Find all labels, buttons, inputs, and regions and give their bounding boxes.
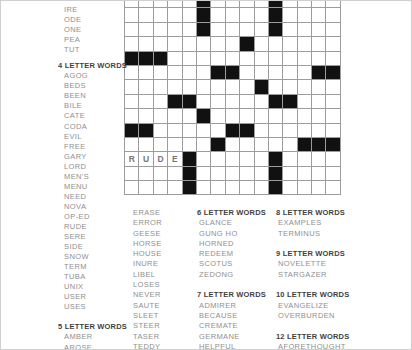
- grid-cell[interactable]: [255, 0, 268, 7]
- word-list-item: USES: [58, 302, 130, 312]
- word-list-item: TUT: [58, 45, 130, 55]
- word-list-item: STEER: [131, 321, 203, 331]
- grid-cell[interactable]: [298, 52, 311, 65]
- grid-cell[interactable]: [168, 23, 181, 36]
- grid-cell[interactable]: [154, 80, 167, 93]
- word-list-item: TERM: [58, 262, 130, 272]
- grid-cell[interactable]: [298, 8, 311, 21]
- grid-cell[interactable]: [240, 138, 253, 151]
- grid-cell[interactable]: [240, 52, 253, 65]
- word-list-item: SAUTE: [131, 301, 203, 311]
- grid-cell[interactable]: [183, 80, 196, 93]
- grid-cell[interactable]: [269, 138, 282, 151]
- grid-cell[interactable]: [168, 124, 181, 137]
- black-cell: [211, 138, 224, 151]
- grid-cell[interactable]: [197, 138, 210, 151]
- black-cell: [269, 152, 282, 165]
- black-cell: [154, 52, 167, 65]
- grid-cell[interactable]: [255, 37, 268, 50]
- grid-cell[interactable]: [298, 152, 311, 165]
- word-list-item: SCOTUS: [197, 259, 269, 269]
- black-cell: [139, 124, 152, 137]
- black-cell: [226, 124, 239, 137]
- grid-cell[interactable]: [283, 124, 296, 137]
- word-list-item: EXAMPLES: [276, 218, 348, 228]
- grid-cell[interactable]: [197, 66, 210, 79]
- black-cell: [197, 109, 210, 122]
- grid-cell[interactable]: [139, 109, 152, 122]
- word-list-item: ADMIRER: [197, 301, 269, 311]
- grid-cell[interactable]: [139, 23, 152, 36]
- black-cell: [168, 95, 181, 108]
- word-list-item: OP-ED: [58, 212, 130, 222]
- black-cell: [183, 95, 196, 108]
- black-cell: [197, 8, 210, 21]
- grid-cell[interactable]: [197, 52, 210, 65]
- word-list-item: LOSES: [131, 280, 203, 290]
- grid-cell[interactable]: [154, 167, 167, 180]
- grid-cell[interactable]: [312, 37, 325, 50]
- grid-cell[interactable]: [183, 52, 196, 65]
- word-list-item: ERASE: [131, 208, 203, 218]
- grid-cell[interactable]: [298, 109, 311, 122]
- grid-cell[interactable]: [312, 109, 325, 122]
- black-cell: [269, 0, 282, 7]
- black-cell: [269, 23, 282, 36]
- grid-cell[interactable]: [255, 95, 268, 108]
- grid-cell[interactable]: [326, 152, 339, 165]
- grid-cell[interactable]: [211, 124, 224, 137]
- grid-cell[interactable]: [154, 8, 167, 21]
- grid-cell[interactable]: [183, 23, 196, 36]
- grid-cell[interactable]: [255, 124, 268, 137]
- grid-cell[interactable]: [139, 0, 152, 7]
- word-list-column-2: ERASEERRORGEESEHORSEHOUSEINURELIBELLOSES…: [131, 208, 203, 350]
- word-list-item: GERMANE: [197, 332, 269, 342]
- grid-cell[interactable]: [226, 52, 239, 65]
- grid-cell[interactable]: [298, 66, 311, 79]
- grid-cell[interactable]: [326, 0, 339, 7]
- grid-cell[interactable]: [168, 138, 181, 151]
- grid-cell[interactable]: [197, 181, 210, 194]
- word-list-column-1: IREODEONEPEATUT4 LETTER WORDSAGOGBEDSBEE…: [58, 5, 130, 350]
- grid-cell[interactable]: [183, 124, 196, 137]
- black-cell: [312, 138, 325, 151]
- word-list-item: CREMATE: [197, 321, 269, 331]
- black-cell: [183, 167, 196, 180]
- grid-cell[interactable]: [226, 37, 239, 50]
- grid-cell[interactable]: [255, 138, 268, 151]
- grid-cell[interactable]: [269, 52, 282, 65]
- black-cell: [240, 37, 253, 50]
- grid-cell[interactable]: [326, 95, 339, 108]
- grid-cell[interactable]: [269, 37, 282, 50]
- word-list-item: BEEN: [58, 91, 130, 101]
- grid-cell[interactable]: [183, 8, 196, 21]
- word-list-header: 6 LETTER WORDS: [197, 208, 269, 218]
- black-cell: [283, 95, 296, 108]
- grid-cell[interactable]: [240, 66, 253, 79]
- word-list-header: 12 LETTER WORDS: [276, 332, 348, 342]
- word-list-item: RUDE: [58, 222, 130, 232]
- grid-cell[interactable]: [211, 167, 224, 180]
- black-cell: [183, 152, 196, 165]
- grid-cell[interactable]: [240, 95, 253, 108]
- grid-cell[interactable]: [154, 0, 167, 7]
- grid-cell[interactable]: [283, 52, 296, 65]
- grid-cell[interactable]: [226, 95, 239, 108]
- black-cell: [269, 167, 282, 180]
- black-cell: [183, 181, 196, 194]
- black-cell: [255, 80, 268, 93]
- grid-cell[interactable]: [240, 167, 253, 180]
- grid-cell[interactable]: [183, 0, 196, 7]
- grid-cell[interactable]: [154, 37, 167, 50]
- grid-cell[interactable]: [312, 152, 325, 165]
- word-list-item: GARY: [58, 152, 130, 162]
- word-list-item: AFORETHOUGHT: [276, 342, 348, 350]
- grid-cell[interactable]: [168, 66, 181, 79]
- grid-cell[interactable]: [197, 124, 210, 137]
- grid-cell[interactable]: [240, 181, 253, 194]
- grid-cell[interactable]: [154, 138, 167, 151]
- grid-cell[interactable]: [269, 80, 282, 93]
- grid-cell[interactable]: [269, 124, 282, 137]
- grid-cell[interactable]: [240, 23, 253, 36]
- grid-cell[interactable]: [197, 152, 210, 165]
- word-list-header: 5 LETTER WORDS: [58, 322, 130, 332]
- grid-cell[interactable]: [211, 152, 224, 165]
- grid-cell[interactable]: [298, 95, 311, 108]
- grid-cell[interactable]: [326, 109, 339, 122]
- word-list-item: NEED: [58, 192, 130, 202]
- word-list-item: AMBER: [58, 332, 130, 342]
- grid-cell[interactable]: [283, 37, 296, 50]
- word-list-item: HELPFUL: [197, 342, 269, 350]
- grid-cell[interactable]: [226, 0, 239, 7]
- grid-cell[interactable]: [283, 138, 296, 151]
- grid-cell[interactable]: [283, 8, 296, 21]
- word-list-header: 10 LETTER WORDS: [276, 290, 348, 300]
- word-list-item: REDEEM: [197, 249, 269, 259]
- word-list-item: AGOG: [58, 71, 130, 81]
- word-list-item: TERMINUS: [276, 229, 348, 239]
- word-list-item: MEN'S: [58, 172, 130, 182]
- grid-cell[interactable]: [226, 181, 239, 194]
- grid-cell[interactable]: [168, 80, 181, 93]
- grid-cell[interactable]: [211, 0, 224, 7]
- grid-cell[interactable]: [326, 52, 339, 65]
- grid-cell[interactable]: U: [139, 152, 152, 165]
- grid-cell[interactable]: [283, 167, 296, 180]
- black-cell: [269, 8, 282, 21]
- grid-cell[interactable]: [211, 181, 224, 194]
- grid-cell[interactable]: [312, 181, 325, 194]
- grid-cell[interactable]: [211, 8, 224, 21]
- grid-cell[interactable]: [139, 167, 152, 180]
- word-list-item: USER: [58, 292, 130, 302]
- black-cell: [326, 138, 339, 151]
- grid-cell[interactable]: [312, 80, 325, 93]
- black-cell: [298, 138, 311, 151]
- word-list-item: ZEDONG: [197, 270, 269, 280]
- grid-cell[interactable]: [154, 23, 167, 36]
- grid-cell[interactable]: [255, 181, 268, 194]
- fill-in-crossword-page: RUDE IREODEONEPEATUT4 LETTER WORDSAGOGBE…: [0, 0, 412, 350]
- grid-cell[interactable]: [154, 181, 167, 194]
- word-list-item: CODA: [58, 122, 130, 132]
- grid-cell[interactable]: [283, 23, 296, 36]
- word-list-header: 7 LETTER WORDS: [197, 290, 269, 300]
- grid-cell[interactable]: [312, 8, 325, 21]
- word-list-item: INURE: [131, 259, 203, 269]
- word-list-item: BEDS: [58, 81, 130, 91]
- black-cell: [240, 124, 253, 137]
- word-list-item: UNIX: [58, 282, 130, 292]
- grid-cell[interactable]: [312, 52, 325, 65]
- grid-cell[interactable]: [168, 181, 181, 194]
- grid-cell[interactable]: [154, 124, 167, 137]
- grid-cell[interactable]: [139, 80, 152, 93]
- black-cell: [269, 95, 282, 108]
- grid-cell[interactable]: [211, 37, 224, 50]
- grid-cell[interactable]: [226, 152, 239, 165]
- black-cell: [139, 52, 152, 65]
- word-list-item: ODE: [58, 15, 130, 25]
- grid-cell[interactable]: [255, 8, 268, 21]
- word-list-column-4: 8 LETTER WORDSEXAMPLESTERMINUS9 LETTER W…: [276, 208, 348, 350]
- grid-cell[interactable]: [183, 138, 196, 151]
- black-cell: [211, 66, 224, 79]
- grid-cell[interactable]: [226, 109, 239, 122]
- grid-cell[interactable]: [139, 138, 152, 151]
- grid-cell[interactable]: [154, 95, 167, 108]
- grid-cell[interactable]: [226, 8, 239, 21]
- grid-cell[interactable]: [255, 152, 268, 165]
- grid-cell[interactable]: [298, 37, 311, 50]
- grid-cell[interactable]: [326, 124, 339, 137]
- grid-cell[interactable]: [283, 152, 296, 165]
- black-cell: [269, 181, 282, 194]
- grid-cell[interactable]: [298, 124, 311, 137]
- grid-cell[interactable]: [139, 95, 152, 108]
- word-list-item: BILE: [58, 101, 130, 111]
- word-list-item: CATE: [58, 111, 130, 121]
- grid-cell[interactable]: [226, 167, 239, 180]
- grid-cell[interactable]: [139, 37, 152, 50]
- grid-cell[interactable]: [283, 181, 296, 194]
- grid-cell[interactable]: [211, 109, 224, 122]
- grid-cell[interactable]: [298, 181, 311, 194]
- word-list-item: PEA: [58, 35, 130, 45]
- grid-cell[interactable]: [226, 23, 239, 36]
- grid-cell[interactable]: [211, 52, 224, 65]
- grid-cell[interactable]: [211, 95, 224, 108]
- word-list-item: NOVELETTE: [276, 259, 348, 269]
- grid-cell[interactable]: [326, 8, 339, 21]
- word-list-item: FREE: [58, 142, 130, 152]
- black-cell: [197, 23, 210, 36]
- grid-cell[interactable]: [240, 0, 253, 7]
- black-cell: [312, 66, 325, 79]
- word-list-item: HORSE: [131, 239, 203, 249]
- grid-cell[interactable]: [326, 167, 339, 180]
- word-list-item: GUNG HO: [197, 229, 269, 239]
- grid-cell[interactable]: [139, 181, 152, 194]
- grid-cell[interactable]: [154, 66, 167, 79]
- word-list-item: SIDE: [58, 242, 130, 252]
- grid-cell[interactable]: [226, 138, 239, 151]
- black-cell: [197, 0, 210, 7]
- grid-cell[interactable]: [211, 23, 224, 36]
- crossword-grid: RUDE: [124, 0, 341, 195]
- grid-cell[interactable]: [326, 23, 339, 36]
- grid-cell[interactable]: [139, 8, 152, 21]
- grid-cell[interactable]: [183, 37, 196, 50]
- grid-cell[interactable]: [168, 0, 181, 7]
- black-cell: [326, 66, 339, 79]
- word-list-column-3: 6 LETTER WORDSGLANCEGUNG HOHORNEDREDEEMS…: [197, 208, 269, 350]
- grid-cell[interactable]: [255, 66, 268, 79]
- word-list-item: LORD: [58, 162, 130, 172]
- grid-cell[interactable]: [255, 23, 268, 36]
- grid-cell[interactable]: [211, 80, 224, 93]
- grid-cell[interactable]: [240, 152, 253, 165]
- word-list-item: TASER: [131, 332, 203, 342]
- word-list-item: LIBEL: [131, 270, 203, 280]
- grid-cell[interactable]: [240, 8, 253, 21]
- grid-cell[interactable]: [298, 0, 311, 7]
- grid-cell[interactable]: [139, 66, 152, 79]
- grid-cell[interactable]: [240, 80, 253, 93]
- grid-cell[interactable]: E: [168, 152, 181, 165]
- word-list-item: SNOW: [58, 252, 130, 262]
- grid-cell[interactable]: [298, 23, 311, 36]
- grid-cell[interactable]: [183, 66, 196, 79]
- word-list-item: BECAUSE: [197, 311, 269, 321]
- word-list-item: NEVER: [131, 290, 203, 300]
- word-list-header: 4 LETTER WORDS: [58, 61, 130, 71]
- grid-cell[interactable]: [197, 167, 210, 180]
- word-list-item: EVIL: [58, 132, 130, 142]
- word-list-item: GEESE: [131, 229, 203, 239]
- word-list-item: HORNED: [197, 239, 269, 249]
- word-list-item: EVANGELIZE: [276, 301, 348, 311]
- grid-cell[interactable]: [312, 0, 325, 7]
- grid-cell[interactable]: [168, 37, 181, 50]
- grid-cell[interactable]: [168, 167, 181, 180]
- word-list-item: STARGAZER: [276, 270, 348, 280]
- word-list-item: GLANCE: [197, 218, 269, 228]
- word-list-header: 9 LETTER WORDS: [276, 249, 348, 259]
- grid-cell[interactable]: [255, 109, 268, 122]
- grid-cell[interactable]: [298, 167, 311, 180]
- grid-cell[interactable]: [255, 167, 268, 180]
- grid-cell[interactable]: [326, 181, 339, 194]
- grid-cell[interactable]: [269, 66, 282, 79]
- grid-cell[interactable]: [312, 95, 325, 108]
- grid-cell[interactable]: [283, 80, 296, 93]
- grid-cell[interactable]: [197, 37, 210, 50]
- grid-cell[interactable]: [226, 80, 239, 93]
- grid-cell[interactable]: [269, 109, 282, 122]
- grid-cell[interactable]: [183, 109, 196, 122]
- word-list-item: TEDDY: [131, 342, 203, 350]
- grid-cell[interactable]: [312, 23, 325, 36]
- grid-cell[interactable]: [326, 80, 339, 93]
- word-list-item: SLEET: [131, 311, 203, 321]
- grid-cell[interactable]: [326, 37, 339, 50]
- word-list-item: NOVA: [58, 202, 130, 212]
- grid-cell[interactable]: [298, 80, 311, 93]
- grid-cell[interactable]: [168, 52, 181, 65]
- word-list-item: IRE: [58, 5, 130, 15]
- grid-cell[interactable]: [312, 167, 325, 180]
- word-list-item: OVERBURDEN: [276, 311, 348, 321]
- word-list-item: MENU: [58, 182, 130, 192]
- word-list-item: SERE: [58, 232, 130, 242]
- word-list-item: TUBA: [58, 272, 130, 282]
- grid-cell[interactable]: [255, 52, 268, 65]
- grid-cell[interactable]: [312, 124, 325, 137]
- grid-cell[interactable]: [197, 80, 210, 93]
- word-list-item: ERROR: [131, 218, 203, 228]
- grid-cell[interactable]: [197, 95, 210, 108]
- black-cell: [226, 66, 239, 79]
- grid-cell[interactable]: [168, 8, 181, 21]
- word-list-item: ONE: [58, 25, 130, 35]
- grid-cell[interactable]: [283, 109, 296, 122]
- word-list-header: 8 LETTER WORDS: [276, 208, 348, 218]
- grid-cell[interactable]: [168, 109, 181, 122]
- grid-cell[interactable]: [283, 66, 296, 79]
- word-list-item: HOUSE: [131, 249, 203, 259]
- grid-cell[interactable]: [283, 0, 296, 7]
- grid-cell[interactable]: D: [154, 152, 167, 165]
- word-list-item: AROSE: [58, 343, 130, 350]
- grid-cell[interactable]: [154, 109, 167, 122]
- grid-cell[interactable]: [240, 109, 253, 122]
